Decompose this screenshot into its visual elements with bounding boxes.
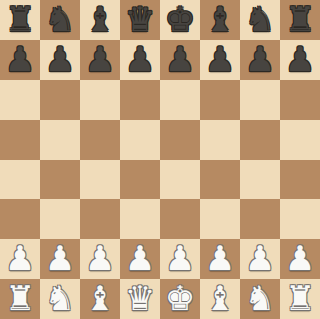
white-pawn-a2[interactable]: ♟ xyxy=(5,241,35,275)
white-rook-a1[interactable]: ♜ xyxy=(5,281,35,315)
square-a8[interactable]: ♜ xyxy=(0,0,40,40)
square-d1[interactable]: ♛ xyxy=(120,279,160,319)
square-b6[interactable] xyxy=(40,80,80,120)
black-pawn-b7[interactable]: ♟ xyxy=(45,42,75,76)
square-g3[interactable] xyxy=(240,199,280,239)
black-pawn-h7[interactable]: ♟ xyxy=(285,42,315,76)
black-pawn-g7[interactable]: ♟ xyxy=(245,42,275,76)
white-rook-h1[interactable]: ♜ xyxy=(285,281,315,315)
black-pawn-d7[interactable]: ♟ xyxy=(125,42,155,76)
square-d7[interactable]: ♟ xyxy=(120,40,160,80)
square-h3[interactable] xyxy=(280,199,320,239)
square-b7[interactable]: ♟ xyxy=(40,40,80,80)
square-c3[interactable] xyxy=(80,199,120,239)
square-h5[interactable] xyxy=(280,120,320,160)
square-b3[interactable] xyxy=(40,199,80,239)
white-queen-d1[interactable]: ♛ xyxy=(125,281,155,315)
square-e1[interactable]: ♚ xyxy=(160,279,200,319)
square-b5[interactable] xyxy=(40,120,80,160)
white-pawn-e2[interactable]: ♟ xyxy=(165,241,195,275)
square-c7[interactable]: ♟ xyxy=(80,40,120,80)
black-rook-a8[interactable]: ♜ xyxy=(5,2,35,36)
square-b4[interactable] xyxy=(40,160,80,200)
square-a7[interactable]: ♟ xyxy=(0,40,40,80)
square-f2[interactable]: ♟ xyxy=(200,239,240,279)
white-knight-g1[interactable]: ♞ xyxy=(245,281,275,315)
square-a3[interactable] xyxy=(0,199,40,239)
square-f5[interactable] xyxy=(200,120,240,160)
black-knight-b8[interactable]: ♞ xyxy=(45,2,75,36)
white-bishop-c1[interactable]: ♝ xyxy=(85,281,115,315)
square-f1[interactable]: ♝ xyxy=(200,279,240,319)
white-king-e1[interactable]: ♚ xyxy=(165,281,195,315)
square-a1[interactable]: ♜ xyxy=(0,279,40,319)
square-e7[interactable]: ♟ xyxy=(160,40,200,80)
square-e4[interactable] xyxy=(160,160,200,200)
square-h1[interactable]: ♜ xyxy=(280,279,320,319)
square-c8[interactable]: ♝ xyxy=(80,0,120,40)
square-h7[interactable]: ♟ xyxy=(280,40,320,80)
white-pawn-d2[interactable]: ♟ xyxy=(125,241,155,275)
black-bishop-f8[interactable]: ♝ xyxy=(205,2,235,36)
black-queen-d8[interactable]: ♛ xyxy=(125,2,155,36)
square-d3[interactable] xyxy=(120,199,160,239)
square-e8[interactable]: ♚ xyxy=(160,0,200,40)
square-g6[interactable] xyxy=(240,80,280,120)
square-e2[interactable]: ♟ xyxy=(160,239,200,279)
square-b2[interactable]: ♟ xyxy=(40,239,80,279)
square-a5[interactable] xyxy=(0,120,40,160)
black-pawn-a7[interactable]: ♟ xyxy=(5,42,35,76)
square-e5[interactable] xyxy=(160,120,200,160)
square-h6[interactable] xyxy=(280,80,320,120)
square-g8[interactable]: ♞ xyxy=(240,0,280,40)
square-d8[interactable]: ♛ xyxy=(120,0,160,40)
square-c1[interactable]: ♝ xyxy=(80,279,120,319)
white-knight-b1[interactable]: ♞ xyxy=(45,281,75,315)
square-f4[interactable] xyxy=(200,160,240,200)
white-pawn-f2[interactable]: ♟ xyxy=(205,241,235,275)
square-a2[interactable]: ♟ xyxy=(0,239,40,279)
white-pawn-g2[interactable]: ♟ xyxy=(245,241,275,275)
square-a4[interactable] xyxy=(0,160,40,200)
square-d2[interactable]: ♟ xyxy=(120,239,160,279)
white-bishop-f1[interactable]: ♝ xyxy=(205,281,235,315)
square-c5[interactable] xyxy=(80,120,120,160)
square-f3[interactable] xyxy=(200,199,240,239)
black-king-e8[interactable]: ♚ xyxy=(165,2,195,36)
black-rook-h8[interactable]: ♜ xyxy=(285,2,315,36)
chess-board: ♜♞♝♛♚♝♞♜♟♟♟♟♟♟♟♟♟♟♟♟♟♟♟♟♜♞♝♛♚♝♞♜ xyxy=(0,0,320,319)
square-h4[interactable] xyxy=(280,160,320,200)
square-b1[interactable]: ♞ xyxy=(40,279,80,319)
square-a6[interactable] xyxy=(0,80,40,120)
square-d6[interactable] xyxy=(120,80,160,120)
square-g1[interactable]: ♞ xyxy=(240,279,280,319)
square-h2[interactable]: ♟ xyxy=(280,239,320,279)
square-f6[interactable] xyxy=(200,80,240,120)
square-d5[interactable] xyxy=(120,120,160,160)
white-pawn-b2[interactable]: ♟ xyxy=(45,241,75,275)
white-pawn-c2[interactable]: ♟ xyxy=(85,241,115,275)
square-g7[interactable]: ♟ xyxy=(240,40,280,80)
square-c2[interactable]: ♟ xyxy=(80,239,120,279)
square-f7[interactable]: ♟ xyxy=(200,40,240,80)
black-pawn-f7[interactable]: ♟ xyxy=(205,42,235,76)
white-pawn-h2[interactable]: ♟ xyxy=(285,241,315,275)
square-e3[interactable] xyxy=(160,199,200,239)
black-pawn-c7[interactable]: ♟ xyxy=(85,42,115,76)
square-d4[interactable] xyxy=(120,160,160,200)
square-c4[interactable] xyxy=(80,160,120,200)
square-g2[interactable]: ♟ xyxy=(240,239,280,279)
square-c6[interactable] xyxy=(80,80,120,120)
square-e6[interactable] xyxy=(160,80,200,120)
square-h8[interactable]: ♜ xyxy=(280,0,320,40)
black-knight-g8[interactable]: ♞ xyxy=(245,2,275,36)
square-g4[interactable] xyxy=(240,160,280,200)
black-bishop-c8[interactable]: ♝ xyxy=(85,2,115,36)
black-pawn-e7[interactable]: ♟ xyxy=(165,42,195,76)
square-f8[interactable]: ♝ xyxy=(200,0,240,40)
square-b8[interactable]: ♞ xyxy=(40,0,80,40)
square-g5[interactable] xyxy=(240,120,280,160)
